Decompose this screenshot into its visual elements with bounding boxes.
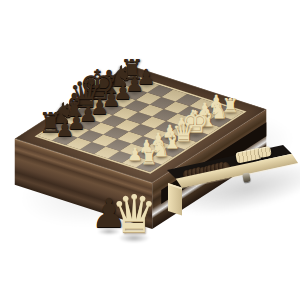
piece-shadow: [118, 233, 150, 242]
drawer-end-panel: [168, 183, 182, 215]
chess-set-photo: ♜♞♝♛♚♝♞♜♟♟♟♟♟♟♟♟♟♟♟♟♟♟♟♟♜♞♝♛♚♝♞♜ ♟♛: [0, 0, 300, 300]
drawer-latch: [242, 172, 250, 182]
